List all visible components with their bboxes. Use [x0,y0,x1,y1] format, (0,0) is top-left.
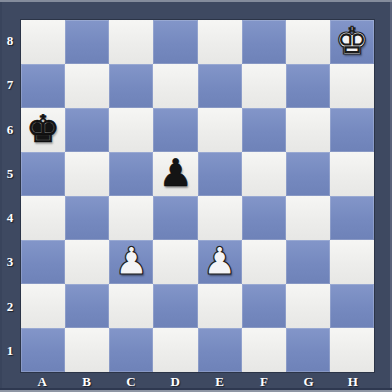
chess-board: ♚♚♟♟♟ [20,19,375,373]
square-e6[interactable] [198,108,242,152]
square-f4[interactable] [242,196,286,240]
square-g6[interactable] [286,108,330,152]
square-h3[interactable] [330,240,374,284]
square-g8[interactable] [286,20,330,64]
square-e7[interactable] [198,64,242,108]
square-g7[interactable] [286,64,330,108]
square-d2[interactable] [153,284,197,328]
square-e8[interactable] [198,20,242,64]
file-label-f: F [242,374,286,390]
square-a6[interactable]: ♚ [21,108,65,152]
square-g1[interactable] [286,328,330,372]
square-d6[interactable] [153,108,197,152]
square-c2[interactable] [109,284,153,328]
square-a2[interactable] [21,284,65,328]
square-h7[interactable] [330,64,374,108]
square-b2[interactable] [65,284,109,328]
square-f2[interactable] [242,284,286,328]
chess-diagram: 87654321 ♚♚♟♟♟ ABCDEFGH [0,0,392,392]
file-label-a: A [20,374,64,390]
square-b1[interactable] [65,328,109,372]
white-king-icon[interactable]: ♚ [335,22,369,60]
rank-label-1: 1 [0,329,20,373]
square-e5[interactable] [198,152,242,196]
square-f8[interactable] [242,20,286,64]
square-a8[interactable] [21,20,65,64]
square-d1[interactable] [153,328,197,372]
rank-label-5: 5 [0,152,20,196]
square-b4[interactable] [65,196,109,240]
square-e4[interactable] [198,196,242,240]
rank-labels: 87654321 [0,19,20,373]
rank-label-2: 2 [0,285,20,329]
file-label-e: E [198,374,242,390]
square-c1[interactable] [109,328,153,372]
square-f3[interactable] [242,240,286,284]
square-d3[interactable] [153,240,197,284]
black-king-icon[interactable]: ♚ [26,110,60,148]
square-f5[interactable] [242,152,286,196]
square-a7[interactable] [21,64,65,108]
square-c8[interactable] [109,20,153,64]
square-b3[interactable] [65,240,109,284]
square-c7[interactable] [109,64,153,108]
square-h4[interactable] [330,196,374,240]
square-b5[interactable] [65,152,109,196]
square-h8[interactable]: ♚ [330,20,374,64]
square-a5[interactable] [21,152,65,196]
file-label-h: H [331,374,375,390]
square-h2[interactable] [330,284,374,328]
square-a3[interactable] [21,240,65,284]
square-e1[interactable] [198,328,242,372]
square-e2[interactable] [198,284,242,328]
square-b6[interactable] [65,108,109,152]
square-g4[interactable] [286,196,330,240]
square-a1[interactable] [21,328,65,372]
square-d8[interactable] [153,20,197,64]
square-f6[interactable] [242,108,286,152]
square-e3[interactable]: ♟ [198,240,242,284]
square-h6[interactable] [330,108,374,152]
square-h5[interactable] [330,152,374,196]
square-a4[interactable] [21,196,65,240]
black-pawn-icon[interactable]: ♟ [158,154,192,192]
rank-label-3: 3 [0,240,20,284]
square-c3[interactable]: ♟ [109,240,153,284]
square-h1[interactable] [330,328,374,372]
file-label-d: D [153,374,197,390]
square-c4[interactable] [109,196,153,240]
square-b8[interactable] [65,20,109,64]
file-label-c: C [109,374,153,390]
square-d4[interactable] [153,196,197,240]
rank-label-6: 6 [0,108,20,152]
rank-label-7: 7 [0,63,20,107]
white-pawn-icon[interactable]: ♟ [203,242,237,280]
square-b7[interactable] [65,64,109,108]
rank-label-8: 8 [0,19,20,63]
square-c6[interactable] [109,108,153,152]
file-labels: ABCDEFGH [20,374,375,390]
square-c5[interactable] [109,152,153,196]
rank-label-4: 4 [0,196,20,240]
file-label-g: G [286,374,330,390]
square-f7[interactable] [242,64,286,108]
square-d5[interactable]: ♟ [153,152,197,196]
square-d7[interactable] [153,64,197,108]
file-label-b: B [64,374,108,390]
square-g2[interactable] [286,284,330,328]
square-g5[interactable] [286,152,330,196]
white-pawn-icon[interactable]: ♟ [114,242,148,280]
square-g3[interactable] [286,240,330,284]
square-f1[interactable] [242,328,286,372]
